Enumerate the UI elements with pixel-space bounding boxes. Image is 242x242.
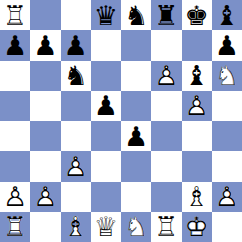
white-piece-outline-layer: ♔ <box>182 212 212 242</box>
black-pawn-piece: ♟ <box>61 30 91 60</box>
white-piece-outline-layer: ♙ <box>212 182 242 212</box>
black-piece-fill-layer: ♝ <box>182 61 212 91</box>
square-a7[interactable]: ♟ <box>0 30 30 60</box>
square-f4[interactable] <box>151 121 181 151</box>
black-bishop-piece: ♝ <box>212 0 242 30</box>
square-c8[interactable] <box>61 0 91 30</box>
square-d8[interactable]: ♛ <box>91 0 121 30</box>
white-knight-piece: ♞♘ <box>121 212 151 242</box>
black-piece-fill-layer: ♟ <box>212 30 242 60</box>
square-c5[interactable] <box>61 91 91 121</box>
square-f7[interactable] <box>151 30 181 60</box>
white-pawn-piece: ♟♙ <box>182 91 212 121</box>
square-h2[interactable]: ♟♙ <box>212 182 242 212</box>
square-f8[interactable]: ♜ <box>151 0 181 30</box>
black-rook-piece: ♜ <box>151 0 181 30</box>
white-piece-outline-layer: ♘ <box>212 61 242 91</box>
white-piece-outline-layer: ♖ <box>0 0 30 30</box>
square-c2[interactable] <box>61 182 91 212</box>
square-f2[interactable] <box>151 182 181 212</box>
black-king-piece: ♚ <box>182 0 212 30</box>
square-e1[interactable]: ♞♘ <box>121 212 151 242</box>
black-piece-fill-layer: ♛ <box>91 0 121 30</box>
square-h4[interactable] <box>212 121 242 151</box>
square-a3[interactable] <box>0 151 30 181</box>
square-f6[interactable]: ♟♙ <box>151 61 181 91</box>
square-e2[interactable] <box>121 182 151 212</box>
black-knight-piece: ♞ <box>121 0 151 30</box>
black-piece-fill-layer: ♝ <box>212 0 242 30</box>
square-g7[interactable] <box>182 30 212 60</box>
white-knight-piece: ♞♘ <box>212 61 242 91</box>
square-d2[interactable] <box>91 182 121 212</box>
square-a2[interactable]: ♟♙ <box>0 182 30 212</box>
black-pawn-piece: ♟ <box>212 30 242 60</box>
square-c6[interactable]: ♞ <box>61 61 91 91</box>
black-piece-fill-layer: ♟ <box>0 30 30 60</box>
black-piece-fill-layer: ♞ <box>61 61 91 91</box>
white-pawn-piece: ♟♙ <box>0 182 30 212</box>
white-piece-outline-layer: ♗ <box>182 182 212 212</box>
square-e3[interactable] <box>121 151 151 181</box>
white-piece-outline-layer: ♗ <box>61 212 91 242</box>
square-b2[interactable]: ♟♙ <box>30 182 60 212</box>
square-h7[interactable]: ♟ <box>212 30 242 60</box>
square-d4[interactable] <box>91 121 121 151</box>
square-d7[interactable] <box>91 30 121 60</box>
square-g2[interactable]: ♝♗ <box>182 182 212 212</box>
white-piece-outline-layer: ♖ <box>0 212 30 242</box>
black-pawn-piece: ♟ <box>30 30 60 60</box>
square-e7[interactable] <box>121 30 151 60</box>
square-b8[interactable] <box>30 0 60 30</box>
square-g3[interactable] <box>182 151 212 181</box>
black-piece-fill-layer: ♟ <box>30 30 60 60</box>
black-piece-fill-layer: ♚ <box>182 0 212 30</box>
square-f1[interactable]: ♜♖ <box>151 212 181 242</box>
white-rook-piece: ♜♖ <box>0 0 30 30</box>
square-c3[interactable]: ♟♙ <box>61 151 91 181</box>
square-g8[interactable]: ♚ <box>182 0 212 30</box>
white-piece-outline-layer: ♕ <box>91 212 121 242</box>
square-a6[interactable] <box>0 61 30 91</box>
square-e6[interactable] <box>121 61 151 91</box>
white-bishop-piece: ♝♗ <box>61 212 91 242</box>
white-piece-outline-layer: ♖ <box>151 212 181 242</box>
square-d3[interactable] <box>91 151 121 181</box>
square-c7[interactable]: ♟ <box>61 30 91 60</box>
square-c1[interactable]: ♝♗ <box>61 212 91 242</box>
black-piece-fill-layer: ♜ <box>151 0 181 30</box>
square-f3[interactable] <box>151 151 181 181</box>
square-e5[interactable] <box>121 91 151 121</box>
square-h3[interactable] <box>212 151 242 181</box>
square-d5[interactable]: ♟ <box>91 91 121 121</box>
square-g1[interactable]: ♚♔ <box>182 212 212 242</box>
square-h6[interactable]: ♞♘ <box>212 61 242 91</box>
white-king-piece: ♚♔ <box>182 212 212 242</box>
black-knight-piece: ♞ <box>61 61 91 91</box>
square-a8[interactable]: ♜♖ <box>0 0 30 30</box>
white-bishop-piece: ♝♗ <box>182 182 212 212</box>
square-b5[interactable] <box>30 91 60 121</box>
chess-board: ♜♖♛♞♜♚♝♟♟♟♟♞♟♙♝♞♘♟♟♙♟♟♙♟♙♟♙♝♗♟♙♜♖♝♗♛♕♞♘♜… <box>0 0 242 242</box>
square-b7[interactable]: ♟ <box>30 30 60 60</box>
black-piece-fill-layer: ♞ <box>121 0 151 30</box>
white-queen-piece: ♛♕ <box>91 212 121 242</box>
black-pawn-piece: ♟ <box>0 30 30 60</box>
square-b3[interactable] <box>30 151 60 181</box>
square-h1[interactable] <box>212 212 242 242</box>
square-e4[interactable]: ♟ <box>121 121 151 151</box>
white-pawn-piece: ♟♙ <box>61 151 91 181</box>
white-piece-outline-layer: ♘ <box>121 212 151 242</box>
square-b1[interactable] <box>30 212 60 242</box>
square-a5[interactable] <box>0 91 30 121</box>
square-c4[interactable] <box>61 121 91 151</box>
square-g5[interactable]: ♟♙ <box>182 91 212 121</box>
square-a1[interactable]: ♜♖ <box>0 212 30 242</box>
white-piece-outline-layer: ♙ <box>151 61 181 91</box>
white-piece-outline-layer: ♙ <box>30 182 60 212</box>
square-d6[interactable] <box>91 61 121 91</box>
white-piece-outline-layer: ♙ <box>61 151 91 181</box>
white-pawn-piece: ♟♙ <box>151 61 181 91</box>
white-rook-piece: ♜♖ <box>0 212 30 242</box>
white-rook-piece: ♜♖ <box>151 212 181 242</box>
white-pawn-piece: ♟♙ <box>212 182 242 212</box>
white-pawn-piece: ♟♙ <box>30 182 60 212</box>
white-piece-outline-layer: ♙ <box>0 182 30 212</box>
black-bishop-piece: ♝ <box>182 61 212 91</box>
square-f5[interactable] <box>151 91 181 121</box>
black-pawn-piece: ♟ <box>91 91 121 121</box>
square-b4[interactable] <box>30 121 60 151</box>
square-a4[interactable] <box>0 121 30 151</box>
square-b6[interactable] <box>30 61 60 91</box>
black-piece-fill-layer: ♟ <box>61 30 91 60</box>
square-g6[interactable]: ♝ <box>182 61 212 91</box>
black-piece-fill-layer: ♟ <box>91 91 121 121</box>
black-queen-piece: ♛ <box>91 0 121 30</box>
square-d1[interactable]: ♛♕ <box>91 212 121 242</box>
square-g4[interactable] <box>182 121 212 151</box>
square-h5[interactable] <box>212 91 242 121</box>
black-piece-fill-layer: ♟ <box>121 121 151 151</box>
square-e8[interactable]: ♞ <box>121 0 151 30</box>
white-piece-outline-layer: ♙ <box>182 91 212 121</box>
square-h8[interactable]: ♝ <box>212 0 242 30</box>
black-pawn-piece: ♟ <box>121 121 151 151</box>
